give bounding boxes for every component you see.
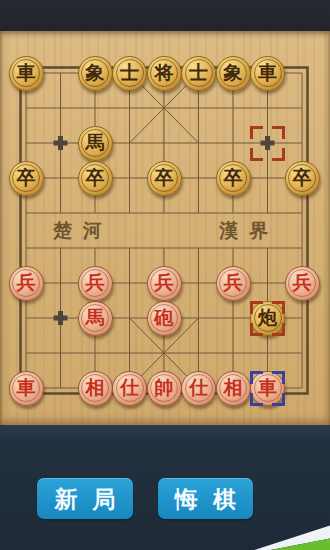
red-soldier-glyph: 兵 [293, 273, 312, 292]
undo-move-button[interactable]: 悔棋 [158, 478, 253, 519]
black-soldier-glyph: 卒 [293, 168, 312, 187]
red-soldier[interactable]: 兵 [147, 266, 182, 301]
red-cannon-glyph: 砲 [155, 308, 174, 327]
black-soldier[interactable]: 卒 [78, 161, 113, 196]
red-advisor[interactable]: 仕 [181, 371, 216, 406]
red-elephant-glyph: 相 [224, 378, 243, 397]
red-elephant-glyph: 相 [86, 378, 105, 397]
black-elephant[interactable]: 象 [216, 56, 251, 91]
black-chariot-glyph: 車 [17, 63, 36, 82]
black-advisor[interactable]: 士 [181, 56, 216, 91]
red-advisor-glyph: 仕 [120, 378, 139, 397]
piece-layer: 車象士将士象車馬卒卒卒卒卒炮兵兵兵兵兵馬砲車相仕帥仕相車 [9, 56, 320, 406]
red-soldier-glyph: 兵 [17, 273, 36, 292]
red-soldier[interactable]: 兵 [285, 266, 320, 301]
black-advisor-glyph: 士 [189, 63, 208, 82]
last-move-from-marker [250, 126, 285, 161]
black-elephant-glyph: 象 [86, 63, 105, 82]
black-advisor-glyph: 士 [120, 63, 139, 82]
red-soldier-glyph: 兵 [224, 273, 243, 292]
red-horse-glyph: 馬 [86, 308, 105, 327]
red-advisor-glyph: 仕 [189, 378, 208, 397]
red-chariot-glyph: 車 [17, 378, 36, 397]
black-horse[interactable]: 馬 [78, 126, 113, 161]
black-advisor[interactable]: 士 [112, 56, 147, 91]
black-chariot[interactable]: 車 [250, 56, 285, 91]
red-soldier[interactable]: 兵 [78, 266, 113, 301]
black-soldier[interactable]: 卒 [147, 161, 182, 196]
top-status-bar [0, 0, 330, 31]
black-elephant[interactable]: 象 [78, 56, 113, 91]
bottom-panel: 新局 悔棋 [0, 425, 330, 550]
red-chariot[interactable]: 車 [9, 371, 44, 406]
black-chariot[interactable]: 車 [9, 56, 44, 91]
black-soldier-glyph: 卒 [86, 168, 105, 187]
red-soldier[interactable]: 兵 [216, 266, 251, 301]
red-chariot[interactable]: 車 [250, 371, 285, 406]
red-chariot-glyph: 車 [258, 378, 277, 397]
black-horse-glyph: 馬 [86, 133, 105, 152]
black-soldier[interactable]: 卒 [285, 161, 320, 196]
new-game-button[interactable]: 新局 [37, 478, 133, 519]
red-general[interactable]: 帥 [147, 371, 182, 406]
red-soldier-glyph: 兵 [86, 273, 105, 292]
red-soldier[interactable]: 兵 [9, 266, 44, 301]
red-elephant[interactable]: 相 [78, 371, 113, 406]
red-advisor[interactable]: 仕 [112, 371, 147, 406]
black-soldier[interactable]: 卒 [216, 161, 251, 196]
black-chariot-glyph: 車 [258, 63, 277, 82]
red-cannon[interactable]: 砲 [147, 301, 182, 336]
black-soldier-glyph: 卒 [155, 168, 174, 187]
black-elephant-glyph: 象 [224, 63, 243, 82]
black-cannon-glyph: 炮 [258, 308, 277, 327]
black-general-glyph: 将 [155, 63, 174, 82]
black-soldier[interactable]: 卒 [9, 161, 44, 196]
red-horse[interactable]: 馬 [78, 301, 113, 336]
black-cannon[interactable]: 炮 [250, 301, 285, 336]
black-general[interactable]: 将 [147, 56, 182, 91]
black-soldier-glyph: 卒 [17, 168, 36, 187]
app-screen: 楚河 漢界 車象士将士象車馬卒卒卒卒卒炮兵兵兵兵兵馬砲車相仕帥仕相車 新局 悔棋 [0, 0, 330, 550]
red-soldier-glyph: 兵 [155, 273, 174, 292]
black-soldier-glyph: 卒 [224, 168, 243, 187]
red-general-glyph: 帥 [155, 378, 174, 397]
corner-banner[interactable] [240, 520, 330, 550]
red-elephant[interactable]: 相 [216, 371, 251, 406]
xiangqi-board[interactable]: 楚河 漢界 車象士将士象車馬卒卒卒卒卒炮兵兵兵兵兵馬砲車相仕帥仕相車 [0, 31, 330, 425]
